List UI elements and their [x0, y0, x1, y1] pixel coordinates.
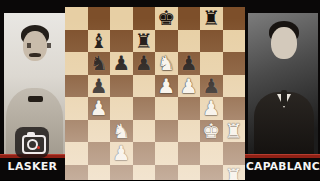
square-a2	[65, 142, 88, 165]
square-g7	[200, 30, 223, 53]
square-d4	[133, 97, 156, 120]
piece-black-bishop-b7: ♝	[88, 30, 111, 53]
square-d8	[133, 7, 156, 30]
square-d3	[133, 120, 156, 143]
piece-black-pawn-f6: ♟	[178, 52, 201, 75]
capablanca-tie	[281, 90, 287, 106]
square-h8	[223, 7, 246, 30]
piece-black-king-e8: ♚	[155, 7, 178, 30]
square-f1	[178, 165, 201, 181]
square-c8	[110, 7, 133, 30]
square-e4	[155, 97, 178, 120]
square-g2	[200, 142, 223, 165]
square-b2	[88, 142, 111, 165]
square-d2	[133, 142, 156, 165]
piece-white-king-g3: ♚	[200, 120, 223, 143]
player-label-right: CAPABLANCA	[246, 160, 319, 173]
camera-record-dot	[37, 146, 40, 149]
square-c4	[110, 97, 133, 120]
piece-white-pawn-f5: ♟	[178, 75, 201, 98]
square-e1	[155, 165, 178, 181]
square-h7	[223, 30, 246, 53]
lasker-mustache	[29, 53, 41, 57]
piece-black-pawn-c6: ♟	[110, 52, 133, 75]
piece-black-rook-g8: ♜	[200, 7, 223, 30]
square-h2	[223, 142, 246, 165]
piece-white-pawn-c2: ♟	[110, 142, 133, 165]
square-a4	[65, 97, 88, 120]
square-f8	[178, 7, 201, 30]
square-g6	[200, 52, 223, 75]
player-label-left: LASKER	[0, 160, 65, 173]
square-h6	[223, 52, 246, 75]
piece-white-rook-h1: ♜	[223, 165, 246, 181]
square-e2	[155, 142, 178, 165]
piece-white-pawn-g4: ♟	[200, 97, 223, 120]
camera-recorder-watermark-icon	[15, 127, 49, 158]
square-c1	[110, 165, 133, 181]
square-c5	[110, 75, 133, 98]
square-g1	[200, 165, 223, 181]
square-f4	[178, 97, 201, 120]
square-e3	[155, 120, 178, 143]
square-a5	[65, 75, 88, 98]
square-b8	[88, 7, 111, 30]
square-a7	[65, 30, 88, 53]
piece-white-rook-h3: ♜	[223, 120, 246, 143]
square-b1	[88, 165, 111, 181]
square-f2	[178, 142, 201, 165]
piece-white-knight-c3: ♞	[110, 120, 133, 143]
capablanca-portrait-photo	[248, 13, 318, 154]
square-c7	[110, 30, 133, 53]
right-player-panel: CAPABLANCA	[245, 0, 320, 180]
chess-board: ♚♜♝♜♞♟♟♞♟♟♟♟♟♟♟♞♚♜♟♜	[65, 7, 245, 180]
square-a8	[65, 7, 88, 30]
thumbnail-canvas: LASKER ♚♜♝♜♞♟♟♞♟♟♟♟♟♟♟♞♚♜♟♜ CAPABLANCA	[0, 0, 320, 180]
lasker-bowtie	[28, 96, 43, 102]
right-red-divider	[245, 154, 320, 158]
square-b3	[88, 120, 111, 143]
piece-white-knight-e6: ♞	[155, 52, 178, 75]
piece-white-pawn-e5: ♟	[155, 75, 178, 98]
piece-black-pawn-g5: ♟	[200, 75, 223, 98]
square-a6	[65, 52, 88, 75]
square-e7	[155, 30, 178, 53]
lasker-glasses	[27, 43, 51, 48]
square-d5	[133, 75, 156, 98]
capablanca-face	[271, 27, 297, 59]
piece-black-pawn-d6: ♟	[133, 52, 156, 75]
piece-black-knight-b6: ♞	[88, 52, 111, 75]
square-f3	[178, 120, 201, 143]
square-a1	[65, 165, 88, 181]
square-h4	[223, 97, 246, 120]
square-h5	[223, 75, 246, 98]
square-a3	[65, 120, 88, 143]
piece-black-rook-d7: ♜	[133, 30, 156, 53]
square-d1	[133, 165, 156, 181]
piece-white-pawn-b4: ♟	[88, 97, 111, 120]
piece-black-pawn-b5: ♟	[88, 75, 111, 98]
square-f7	[178, 30, 201, 53]
